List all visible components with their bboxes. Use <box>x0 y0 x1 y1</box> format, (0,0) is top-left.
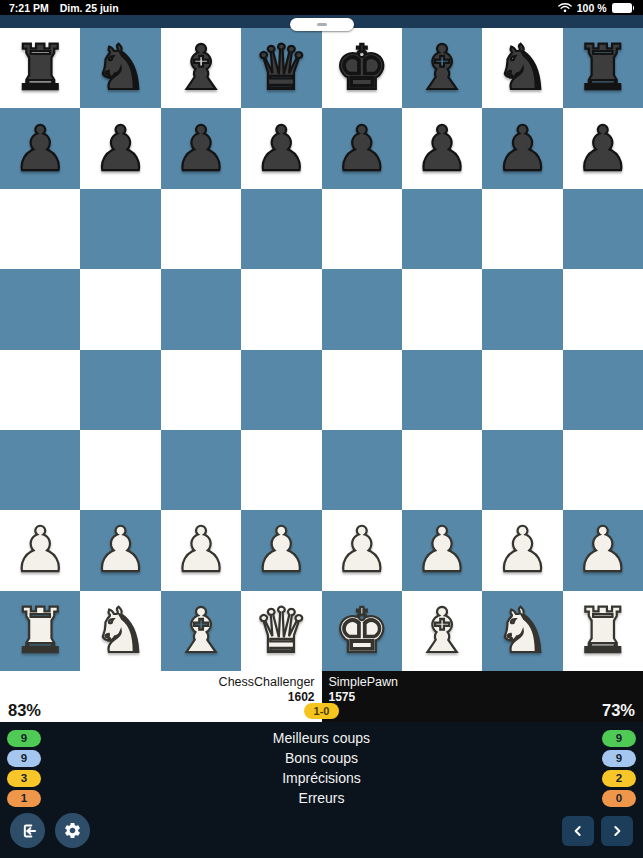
square-c6[interactable] <box>161 189 241 269</box>
board-top-strip <box>0 15 643 28</box>
square-g1[interactable]: ♞ <box>482 591 562 671</box>
next-move-button[interactable] <box>601 816 633 846</box>
square-d6[interactable] <box>241 189 321 269</box>
square-b1[interactable]: ♞ <box>80 591 160 671</box>
black-player-panel: SimplePawn 1575 73% <box>322 671 643 722</box>
square-e7[interactable]: ♟ <box>322 108 402 188</box>
piece-white-knight: ♞ <box>495 600 551 662</box>
piece-black-king: ♚ <box>334 37 390 99</box>
status-left: 7:21 PM Dim. 25 juin <box>9 2 119 14</box>
square-e8[interactable]: ♚ <box>322 28 402 108</box>
square-g5[interactable] <box>482 269 562 349</box>
mistakes-label: Erreurs <box>41 790 602 806</box>
square-h2[interactable]: ♟ <box>563 510 643 590</box>
square-e4[interactable] <box>322 350 402 430</box>
square-f4[interactable] <box>402 350 482 430</box>
white-accuracy: 83% <box>8 701 41 720</box>
exit-icon <box>18 821 38 841</box>
square-f5[interactable] <box>402 269 482 349</box>
previous-move-button[interactable] <box>562 816 594 846</box>
square-c3[interactable] <box>161 430 241 510</box>
square-e6[interactable] <box>322 189 402 269</box>
white-inaccuracies-badge: 3 <box>7 770 41 787</box>
square-a1[interactable]: ♜ <box>0 591 80 671</box>
piece-black-pawn: ♟ <box>93 118 149 180</box>
piece-white-pawn: ♟ <box>575 519 631 581</box>
square-a4[interactable] <box>0 350 80 430</box>
square-d4[interactable] <box>241 350 321 430</box>
best-moves-label: Meilleurs coups <box>41 730 602 746</box>
square-b5[interactable] <box>80 269 160 349</box>
white-mistakes-badge: 1 <box>7 790 41 807</box>
piece-white-pawn: ♟ <box>414 519 470 581</box>
square-h1[interactable]: ♜ <box>563 591 643 671</box>
square-b4[interactable] <box>80 350 160 430</box>
white-player-rating: 1602 <box>288 690 315 704</box>
square-c2[interactable]: ♟ <box>161 510 241 590</box>
piece-white-pawn: ♟ <box>12 519 68 581</box>
square-c4[interactable] <box>161 350 241 430</box>
square-d2[interactable]: ♟ <box>241 510 321 590</box>
square-d3[interactable] <box>241 430 321 510</box>
piece-black-pawn: ♟ <box>414 118 470 180</box>
white-player-panel: ChessChallenger 1602 83% <box>0 671 322 722</box>
square-h5[interactable] <box>563 269 643 349</box>
piece-black-pawn: ♟ <box>575 118 631 180</box>
square-h3[interactable] <box>563 430 643 510</box>
black-player-name: SimplePawn <box>329 675 398 689</box>
piece-white-knight: ♞ <box>93 600 149 662</box>
piece-black-pawn: ♟ <box>495 118 551 180</box>
chevron-right-icon <box>609 823 625 839</box>
square-d1[interactable]: ♛ <box>241 591 321 671</box>
square-b6[interactable] <box>80 189 160 269</box>
square-g8[interactable]: ♞ <box>482 28 562 108</box>
drag-handle-dash <box>317 23 327 26</box>
square-b8[interactable]: ♞ <box>80 28 160 108</box>
square-f1[interactable]: ♝ <box>402 591 482 671</box>
square-c8[interactable]: ♝ <box>161 28 241 108</box>
piece-black-bishop: ♝ <box>414 37 470 99</box>
square-c7[interactable]: ♟ <box>161 108 241 188</box>
white-player-info[interactable]: ChessChallenger 1602 <box>0 671 322 704</box>
square-d8[interactable]: ♛ <box>241 28 321 108</box>
piece-white-pawn: ♟ <box>173 519 229 581</box>
piece-white-queen: ♛ <box>254 600 310 662</box>
square-a7[interactable]: ♟ <box>0 108 80 188</box>
piece-black-knight: ♞ <box>93 37 149 99</box>
square-f6[interactable] <box>402 189 482 269</box>
settings-button[interactable] <box>55 813 90 848</box>
square-b3[interactable] <box>80 430 160 510</box>
square-a3[interactable] <box>0 430 80 510</box>
piece-white-king: ♚ <box>334 600 390 662</box>
square-f8[interactable]: ♝ <box>402 28 482 108</box>
piece-white-bishop: ♝ <box>173 600 229 662</box>
app-screen: 7:21 PM Dim. 25 juin 100 % ♜♞♝♛♚♝♞♜♟♟♟♟♟… <box>0 0 643 858</box>
battery-percent-label: 100 % <box>577 2 607 14</box>
piece-black-pawn: ♟ <box>173 118 229 180</box>
square-c5[interactable] <box>161 269 241 349</box>
square-f3[interactable] <box>402 430 482 510</box>
black-player-rating: 1575 <box>329 690 356 704</box>
status-bar: 7:21 PM Dim. 25 juin 100 % <box>0 0 643 15</box>
square-e1[interactable]: ♚ <box>322 591 402 671</box>
square-e2[interactable]: ♟ <box>322 510 402 590</box>
square-h7[interactable]: ♟ <box>563 108 643 188</box>
square-h4[interactable] <box>563 350 643 430</box>
piece-white-pawn: ♟ <box>254 519 310 581</box>
status-time: 7:21 PM <box>9 2 49 14</box>
battery-full-icon <box>612 3 635 13</box>
piece-white-rook: ♜ <box>12 600 68 662</box>
square-g4[interactable] <box>482 350 562 430</box>
square-h6[interactable] <box>563 189 643 269</box>
square-e5[interactable] <box>322 269 402 349</box>
wifi-icon <box>558 2 572 13</box>
right-controls <box>562 816 633 846</box>
black-accuracy: 73% <box>602 701 635 720</box>
square-g6[interactable] <box>482 189 562 269</box>
square-a5[interactable] <box>0 269 80 349</box>
bottom-controls <box>0 813 643 848</box>
square-b7[interactable]: ♟ <box>80 108 160 188</box>
square-e3[interactable] <box>322 430 402 510</box>
drag-handle[interactable] <box>290 18 354 31</box>
analysis-stats: 9 Meilleurs coups 9 9 Bons coups 9 3 Imp… <box>0 722 643 808</box>
piece-black-rook: ♜ <box>575 37 631 99</box>
piece-white-pawn: ♟ <box>495 519 551 581</box>
piece-white-rook: ♜ <box>575 600 631 662</box>
piece-black-rook: ♜ <box>12 37 68 99</box>
game-result-badge: 1-0 <box>304 703 340 719</box>
piece-black-pawn: ♟ <box>12 118 68 180</box>
player-bar: ChessChallenger 1602 83% SimplePawn 1575… <box>0 671 643 722</box>
square-b2[interactable]: ♟ <box>80 510 160 590</box>
square-a8[interactable]: ♜ <box>0 28 80 108</box>
black-good-moves-badge: 9 <box>602 750 636 767</box>
black-player-info[interactable]: SimplePawn 1575 <box>322 671 643 704</box>
square-d5[interactable] <box>241 269 321 349</box>
piece-black-pawn: ♟ <box>254 118 310 180</box>
square-a2[interactable]: ♟ <box>0 510 80 590</box>
piece-black-queen: ♛ <box>254 37 310 99</box>
square-h8[interactable]: ♜ <box>563 28 643 108</box>
piece-black-pawn: ♟ <box>334 118 390 180</box>
chess-board[interactable]: ♜♞♝♛♚♝♞♜♟♟♟♟♟♟♟♟♟♟♟♟♟♟♟♟♜♞♝♛♚♝♞♜ <box>0 28 643 671</box>
square-c1[interactable]: ♝ <box>161 591 241 671</box>
stat-row-mistakes: 1 Erreurs 0 <box>0 788 643 808</box>
status-date: Dim. 25 juin <box>60 2 119 14</box>
black-best-moves-badge: 9 <box>602 730 636 747</box>
square-f2[interactable]: ♟ <box>402 510 482 590</box>
white-best-moves-badge: 9 <box>7 730 41 747</box>
stat-row-good-moves: 9 Bons coups 9 <box>0 748 643 768</box>
inaccuracies-label: Imprécisions <box>41 770 602 786</box>
black-inaccuracies-badge: 2 <box>602 770 636 787</box>
good-moves-label: Bons coups <box>41 750 602 766</box>
square-g2[interactable]: ♟ <box>482 510 562 590</box>
square-d7[interactable]: ♟ <box>241 108 321 188</box>
square-g7[interactable]: ♟ <box>482 108 562 188</box>
stat-row-best-moves: 9 Meilleurs coups 9 <box>0 728 643 748</box>
stat-row-inaccuracies: 3 Imprécisions 2 <box>0 768 643 788</box>
black-mistakes-badge: 0 <box>602 790 636 807</box>
square-a6[interactable] <box>0 189 80 269</box>
piece-black-knight: ♞ <box>495 37 551 99</box>
piece-white-bishop: ♝ <box>414 600 470 662</box>
chevron-left-icon <box>570 823 586 839</box>
piece-black-bishop: ♝ <box>173 37 229 99</box>
piece-white-pawn: ♟ <box>334 519 390 581</box>
square-g3[interactable] <box>482 430 562 510</box>
white-good-moves-badge: 9 <box>7 750 41 767</box>
gear-icon <box>63 821 82 840</box>
piece-white-pawn: ♟ <box>93 519 149 581</box>
status-right: 100 % <box>558 2 634 14</box>
square-f7[interactable]: ♟ <box>402 108 482 188</box>
exit-button[interactable] <box>10 813 45 848</box>
left-controls <box>10 813 90 848</box>
white-player-name: ChessChallenger <box>219 675 315 689</box>
